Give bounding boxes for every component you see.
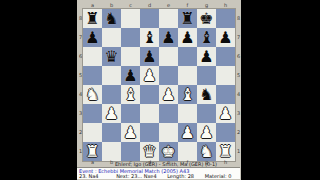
white-knight: ♞ bbox=[83, 85, 102, 104]
black-rook: ♜ bbox=[178, 9, 197, 28]
black-bishop: ♝ bbox=[140, 28, 159, 47]
square-h5 bbox=[216, 66, 235, 85]
square-c2: ♟ bbox=[121, 123, 140, 142]
square-a6 bbox=[83, 47, 102, 66]
square-d4 bbox=[140, 85, 159, 104]
square-a3 bbox=[83, 104, 102, 123]
square-f3 bbox=[178, 104, 197, 123]
rank-label-1: 1 bbox=[236, 142, 241, 161]
square-d5: ♟ bbox=[140, 66, 159, 85]
square-b6: ♛ bbox=[102, 47, 121, 66]
white-pawn: ♟ bbox=[121, 123, 140, 142]
square-h6 bbox=[216, 47, 235, 66]
black-king: ♚ bbox=[197, 9, 216, 28]
square-c4: ♝ bbox=[121, 85, 140, 104]
square-a7: ♟ bbox=[83, 28, 102, 47]
last-move: 23. Na4 bbox=[79, 173, 99, 179]
square-h4 bbox=[216, 85, 235, 104]
white-bishop: ♝ bbox=[178, 85, 197, 104]
square-d8 bbox=[140, 9, 159, 28]
square-b7 bbox=[102, 28, 121, 47]
material-balance: Material: 0 bbox=[205, 173, 232, 179]
white-pawn: ♟ bbox=[216, 104, 235, 123]
chess-diagram-panel: abcdefgh 87654321 ♜♞♜♚♟♝♟♟♝♟♛♟♟♟♟♞♝♟♝♞♟♟… bbox=[77, 0, 241, 180]
rank-label-6: 6 bbox=[236, 47, 241, 66]
rank-label-2: 2 bbox=[236, 123, 241, 142]
square-h2 bbox=[216, 123, 235, 142]
black-pawn: ♟ bbox=[140, 47, 159, 66]
square-g4: ♞ bbox=[197, 85, 216, 104]
square-b5 bbox=[102, 66, 121, 85]
square-h8 bbox=[216, 9, 235, 28]
black-queen: ♛ bbox=[102, 47, 121, 66]
rank-label-5: 5 bbox=[236, 66, 241, 85]
move-line: 23. Na4 Next: 23... Nxe4 Length: 28 Mate… bbox=[79, 174, 238, 179]
black-knight: ♞ bbox=[197, 85, 216, 104]
rank-label-8: 8 bbox=[236, 9, 241, 28]
square-b8: ♞ bbox=[102, 9, 121, 28]
square-f6 bbox=[178, 47, 197, 66]
square-a5 bbox=[83, 66, 102, 85]
square-b4 bbox=[102, 85, 121, 104]
black-pawn: ♟ bbox=[83, 28, 102, 47]
square-c3 bbox=[121, 104, 140, 123]
square-a8: ♜ bbox=[83, 9, 102, 28]
square-d6: ♟ bbox=[140, 47, 159, 66]
black-knight: ♞ bbox=[102, 9, 121, 28]
black-pawn: ♟ bbox=[197, 47, 216, 66]
square-b2 bbox=[102, 123, 121, 142]
square-e7: ♟ bbox=[159, 28, 178, 47]
rank-label-7: 7 bbox=[236, 28, 241, 47]
square-g5 bbox=[197, 66, 216, 85]
black-pawn: ♟ bbox=[178, 28, 197, 47]
square-e6 bbox=[159, 47, 178, 66]
square-f4: ♝ bbox=[178, 85, 197, 104]
square-e3 bbox=[159, 104, 178, 123]
square-c5: ♟ bbox=[121, 66, 140, 85]
square-a2 bbox=[83, 123, 102, 142]
square-h7: ♟ bbox=[216, 28, 235, 47]
square-g3 bbox=[197, 104, 216, 123]
black-bishop: ♝ bbox=[197, 28, 216, 47]
square-d3 bbox=[140, 104, 159, 123]
square-d2 bbox=[140, 123, 159, 142]
black-pawn: ♟ bbox=[121, 66, 140, 85]
black-pawn: ♟ bbox=[216, 28, 235, 47]
square-a4: ♞ bbox=[83, 85, 102, 104]
black-pawn: ♟ bbox=[159, 28, 178, 47]
square-e2 bbox=[159, 123, 178, 142]
square-c8 bbox=[121, 9, 140, 28]
square-g7: ♝ bbox=[197, 28, 216, 47]
square-e4: ♟ bbox=[159, 85, 178, 104]
square-g8: ♚ bbox=[197, 9, 216, 28]
square-c6 bbox=[121, 47, 140, 66]
game-length: Length: 28 bbox=[167, 173, 194, 179]
square-f7: ♟ bbox=[178, 28, 197, 47]
square-h3: ♟ bbox=[216, 104, 235, 123]
square-e5 bbox=[159, 66, 178, 85]
square-c7 bbox=[121, 28, 140, 47]
square-e8 bbox=[159, 9, 178, 28]
white-pawn: ♟ bbox=[140, 66, 159, 85]
chess-board: ♜♞♜♚♟♝♟♟♝♟♛♟♟♟♟♞♝♟♝♞♟♟♟♟♟♜♛♚♞♜ bbox=[82, 8, 236, 162]
white-pawn: ♟ bbox=[159, 85, 178, 104]
square-f2: ♟ bbox=[178, 123, 197, 142]
white-pawn: ♟ bbox=[178, 123, 197, 142]
white-bishop: ♝ bbox=[121, 85, 140, 104]
black-rook: ♜ bbox=[83, 9, 102, 28]
game-info-box: Event : Echebbi Memorial Match (2005) A4… bbox=[77, 167, 240, 179]
square-f8: ♜ bbox=[178, 9, 197, 28]
square-d7: ♝ bbox=[140, 28, 159, 47]
rank-label-4: 4 bbox=[236, 85, 241, 104]
square-b3: ♟ bbox=[102, 104, 121, 123]
white-pawn: ♟ bbox=[102, 104, 121, 123]
square-g2: ♟ bbox=[197, 123, 216, 142]
white-pawn: ♟ bbox=[197, 123, 216, 142]
rank-labels-right: 87654321 bbox=[236, 9, 241, 161]
square-g6: ♟ bbox=[197, 47, 216, 66]
next-move: Next: 23... Nxe4 bbox=[116, 173, 156, 179]
square-f5 bbox=[178, 66, 197, 85]
rank-label-3: 3 bbox=[236, 104, 241, 123]
